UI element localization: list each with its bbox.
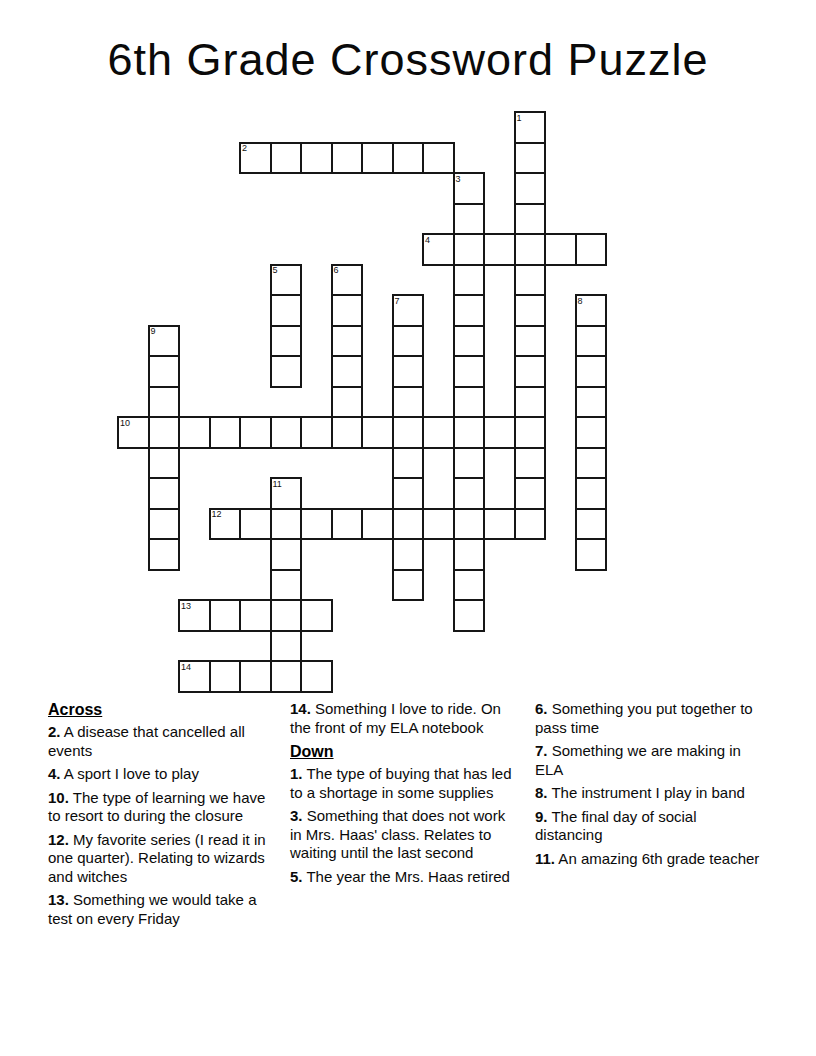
grid-cell-r18c6[interactable]	[300, 660, 333, 693]
clue-number: 2.	[48, 723, 61, 740]
grid-cell-r10c15[interactable]	[575, 416, 608, 449]
grid-cell-r16c11[interactable]	[453, 599, 486, 632]
clue-across-10: 10. The type of learning we have to reso…	[48, 789, 272, 826]
down-heading: Down	[290, 742, 518, 761]
grid-cell-r13c11[interactable]	[453, 508, 486, 541]
clue-down-6: 6. Something you put together to pass ti…	[535, 700, 761, 737]
grid-cell-r14c11[interactable]	[453, 538, 486, 571]
cell-number-10: 10	[120, 418, 130, 428]
grid-cell-r1c9[interactable]	[392, 142, 425, 175]
grid-cell-r18c5[interactable]	[270, 660, 303, 693]
grid-cell-r10c3[interactable]	[209, 416, 242, 449]
grid-cell-r15c5[interactable]	[270, 569, 303, 602]
clue-down-3: 3. Something that does not work in Mrs. …	[290, 807, 518, 863]
grid-cell-r13c8[interactable]	[361, 508, 394, 541]
grid-cell-r4c11[interactable]	[453, 233, 486, 266]
clue-across-12: 12. My favorite series (I read it in one…	[48, 831, 272, 887]
crossword-board: 1234567891011121314	[117, 111, 609, 695]
grid-cell-r5c13[interactable]	[514, 264, 547, 297]
grid-cell-r9c15[interactable]	[575, 386, 608, 419]
grid-cell-r10c1[interactable]	[148, 416, 181, 449]
clue-down-9: 9. The final day of social distancing	[535, 808, 761, 845]
grid-cell-r6c5[interactable]	[270, 294, 303, 327]
clue-column-3: 6. Something you put together to pass ti…	[535, 700, 761, 873]
grid-cell-r13c10[interactable]	[422, 508, 455, 541]
clue-down-7: 7. Something we are making in ELA	[535, 742, 761, 779]
grid-cell-r16c3[interactable]	[209, 599, 242, 632]
clue-number: 14.	[290, 700, 311, 717]
grid-cell-r10c13[interactable]	[514, 416, 547, 449]
grid-cell-r16c4[interactable]	[239, 599, 272, 632]
grid-cell-r9c11[interactable]	[453, 386, 486, 419]
grid-cell-r13c12[interactable]	[483, 508, 516, 541]
clue-across-13: 13. Something we would take a test on ev…	[48, 891, 272, 928]
clue-down-1: 1. The type of buying that has led to a …	[290, 765, 518, 802]
grid-cell-r7c9[interactable]	[392, 325, 425, 358]
grid-cell-r18c4[interactable]	[239, 660, 272, 693]
grid-cell-r12c1[interactable]	[148, 477, 181, 510]
clue-number: 12.	[48, 831, 69, 848]
grid-cell-r13c13[interactable]	[514, 508, 547, 541]
grid-cell-r10c2[interactable]	[178, 416, 211, 449]
clue-across-14: 14. Something I love to ride. On the fro…	[290, 700, 518, 737]
grid-cell-r1c8[interactable]	[361, 142, 394, 175]
grid-cell-r15c9[interactable]	[392, 569, 425, 602]
clue-number: 5.	[290, 868, 303, 885]
grid-cell-r8c7[interactable]	[331, 355, 364, 388]
grid-cell-r11c15[interactable]	[575, 447, 608, 480]
cell-number-2: 2	[242, 143, 247, 153]
grid-cell-r18c3[interactable]	[209, 660, 242, 693]
grid-cell-r3c11[interactable]	[453, 203, 486, 236]
cell-number-7: 7	[395, 296, 400, 306]
grid-cell-r16c6[interactable]	[300, 599, 333, 632]
clue-across-4: 4. A sport I love to play	[48, 765, 272, 784]
clue-number: 7.	[535, 742, 548, 759]
clue-number: 4.	[48, 765, 61, 782]
grid-cell-r2c13[interactable]	[514, 172, 547, 205]
grid-cell-r4c14[interactable]	[544, 233, 577, 266]
grid-cell-r8c1[interactable]	[148, 355, 181, 388]
grid-cell-r11c1[interactable]	[148, 447, 181, 480]
grid-cell-r1c7[interactable]	[331, 142, 364, 175]
cell-number-11: 11	[273, 479, 282, 489]
clue-down-5: 5. The year the Mrs. Haas retired	[290, 868, 518, 887]
grid-cell-r10c8[interactable]	[361, 416, 394, 449]
grid-cell-r5c11[interactable]	[453, 264, 486, 297]
grid-cell-r14c15[interactable]	[575, 538, 608, 571]
cell-number-3: 3	[456, 174, 461, 184]
cell-number-12: 12	[212, 509, 222, 519]
grid-cell-r8c5[interactable]	[270, 355, 303, 388]
grid-cell-r10c12[interactable]	[483, 416, 516, 449]
clue-number: 10.	[48, 789, 69, 806]
grid-cell-r13c9[interactable]	[392, 508, 425, 541]
grid-cell-r17c5[interactable]	[270, 630, 303, 663]
grid-cell-r7c15[interactable]	[575, 325, 608, 358]
grid-cell-r8c9[interactable]	[392, 355, 425, 388]
grid-cell-r9c7[interactable]	[331, 386, 364, 419]
grid-cell-r12c13[interactable]	[514, 477, 547, 510]
grid-cell-r1c6[interactable]	[300, 142, 333, 175]
grid-cell-r11c9[interactable]	[392, 447, 425, 480]
grid-cell-r6c13[interactable]	[514, 294, 547, 327]
grid-cell-r8c11[interactable]	[453, 355, 486, 388]
grid-cell-r10c11[interactable]	[453, 416, 486, 449]
clue-down-8: 8. The instrument I play in band	[535, 784, 761, 803]
grid-cell-r14c1[interactable]	[148, 538, 181, 571]
clue-number: 1.	[290, 765, 303, 782]
grid-cell-r10c7[interactable]	[331, 416, 364, 449]
grid-cell-r16c5[interactable]	[270, 599, 303, 632]
clue-column-1: Across2. A disease that cancelled all ev…	[48, 700, 272, 933]
clue-column-2: 14. Something I love to ride. On the fro…	[290, 700, 518, 891]
grid-cell-r7c13[interactable]	[514, 325, 547, 358]
grid-cell-r13c5[interactable]	[270, 508, 303, 541]
clue-number: 3.	[290, 807, 303, 824]
grid-cell-r1c5[interactable]	[270, 142, 303, 175]
grid-cell-r8c13[interactable]	[514, 355, 547, 388]
clue-down-11: 11. An amazing 6th grade teacher	[535, 850, 761, 869]
grid-cell-r14c9[interactable]	[392, 538, 425, 571]
cell-number-4: 4	[425, 235, 430, 245]
grid-cell-r13c4[interactable]	[239, 508, 272, 541]
grid-cell-r4c13[interactable]	[514, 233, 547, 266]
clue-number: 6.	[535, 700, 548, 717]
grid-cell-r3c13[interactable]	[514, 203, 547, 236]
grid-cell-r7c7[interactable]	[331, 325, 364, 358]
cell-number-8: 8	[578, 296, 583, 306]
grid-cell-r12c15[interactable]	[575, 477, 608, 510]
clue-number: 13.	[48, 891, 69, 908]
grid-cell-r7c5[interactable]	[270, 325, 303, 358]
cell-number-5: 5	[273, 265, 278, 275]
grid-cell-r10c5[interactable]	[270, 416, 303, 449]
grid-cell-r13c7[interactable]	[331, 508, 364, 541]
grid-cell-r4c12[interactable]	[483, 233, 516, 266]
cell-number-1: 1	[517, 113, 522, 123]
grid-cell-r7c11[interactable]	[453, 325, 486, 358]
grid-cell-r12c11[interactable]	[453, 477, 486, 510]
cell-number-6: 6	[334, 265, 339, 275]
grid-cell-r11c11[interactable]	[453, 447, 486, 480]
grid-cell-r6c7[interactable]	[331, 294, 364, 327]
clue-across-2: 2. A disease that cancelled all events	[48, 723, 272, 760]
clue-number: 9.	[535, 808, 548, 825]
cell-number-14: 14	[181, 662, 191, 672]
grid-cell-r1c10[interactable]	[422, 142, 455, 175]
worksheet-page: 6th Grade Crossword Puzzle 1234567891011…	[0, 0, 816, 1056]
grid-cell-r1c13[interactable]	[514, 142, 547, 175]
grid-cell-r11c13[interactable]	[514, 447, 547, 480]
grid-cell-r8c15[interactable]	[575, 355, 608, 388]
grid-cell-r12c9[interactable]	[392, 477, 425, 510]
cell-number-13: 13	[181, 601, 191, 611]
grid-cell-r9c13[interactable]	[514, 386, 547, 419]
grid-cell-r13c6[interactable]	[300, 508, 333, 541]
grid-cell-r13c15[interactable]	[575, 508, 608, 541]
grid-cell-r4c15[interactable]	[575, 233, 608, 266]
page-title: 6th Grade Crossword Puzzle	[0, 34, 816, 86]
grid-cell-r10c9[interactable]	[392, 416, 425, 449]
across-heading: Across	[48, 700, 272, 719]
grid-cell-r6c11[interactable]	[453, 294, 486, 327]
grid-cell-r14c5[interactable]	[270, 538, 303, 571]
grid-cell-r13c1[interactable]	[148, 508, 181, 541]
grid-cell-r10c4[interactable]	[239, 416, 272, 449]
clue-number: 11.	[535, 850, 555, 867]
grid-cell-r10c6[interactable]	[300, 416, 333, 449]
grid-cell-r10c10[interactable]	[422, 416, 455, 449]
grid-cell-r9c9[interactable]	[392, 386, 425, 419]
grid-cell-r9c1[interactable]	[148, 386, 181, 419]
grid-cell-r15c11[interactable]	[453, 569, 486, 602]
clue-number: 8.	[535, 784, 548, 801]
cell-number-9: 9	[151, 326, 156, 336]
